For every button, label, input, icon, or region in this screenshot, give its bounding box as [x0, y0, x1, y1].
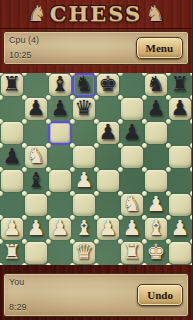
square-d8[interactable]: ♞ [72, 73, 96, 97]
light-square-tile [49, 170, 71, 192]
square-f7[interactable] [120, 97, 144, 121]
square-f5[interactable] [120, 145, 144, 169]
grid-dot [46, 191, 51, 196]
square-h2[interactable]: ♟ [168, 217, 192, 241]
square-g8[interactable]: ♞ [144, 73, 168, 97]
knight-right-icon: ♞ [145, 1, 165, 27]
player-clock: 8:29 [9, 302, 27, 313]
square-h5[interactable] [168, 145, 192, 169]
square-a7[interactable] [0, 97, 24, 121]
white-pawn[interactable]: ♟ [27, 216, 46, 240]
square-e6[interactable]: ♟ [96, 121, 120, 145]
square-c1[interactable] [48, 241, 72, 265]
black-queen[interactable]: ♛ [75, 96, 94, 120]
square-a1[interactable]: ♜ [0, 241, 24, 265]
opponent-clock-block: Cpu (4) 10:25 [9, 35, 39, 61]
square-g4[interactable] [144, 169, 168, 193]
square-f8[interactable] [120, 73, 144, 97]
knight-left-icon: ♞ [27, 1, 47, 27]
square-c7[interactable]: ♟ [48, 97, 72, 121]
square-d4[interactable]: ♟ [72, 169, 96, 193]
grid-dot [142, 143, 147, 148]
square-e7[interactable] [96, 97, 120, 121]
light-square-tile [169, 242, 191, 264]
square-e4[interactable] [96, 169, 120, 193]
grid-dot [190, 239, 193, 244]
menu-button[interactable]: Menu [136, 37, 184, 59]
black-bishop[interactable]: ♝ [27, 168, 46, 192]
app-title: CHESS [50, 1, 142, 27]
white-pawn[interactable]: ♟ [123, 216, 142, 240]
grid-dot [0, 191, 3, 196]
opponent-clock-bar: Cpu (4) 10:25 Menu [3, 31, 189, 65]
square-c2[interactable]: ♟ [48, 217, 72, 241]
square-g6[interactable] [144, 121, 168, 145]
square-b2[interactable]: ♟ [24, 217, 48, 241]
square-g2[interactable]: ♝ [144, 217, 168, 241]
square-c6[interactable] [48, 121, 72, 145]
grid-dot [166, 143, 171, 148]
square-b6[interactable] [24, 121, 48, 145]
white-pawn[interactable]: ♟ [171, 216, 190, 240]
light-square-tile [1, 170, 23, 192]
square-h6[interactable] [168, 121, 192, 145]
white-pawn[interactable]: ♟ [99, 216, 118, 240]
light-square-tile [97, 170, 119, 192]
white-pawn[interactable]: ♟ [75, 168, 94, 192]
white-rook[interactable]: ♜ [123, 240, 142, 264]
white-pawn[interactable]: ♟ [3, 216, 22, 240]
grid-dot [70, 143, 75, 148]
grid-dot [94, 191, 99, 196]
light-square-tile [25, 194, 47, 216]
grid-dot [46, 167, 51, 172]
square-h1[interactable] [168, 241, 192, 265]
black-pawn[interactable]: ♟ [3, 144, 22, 168]
grid-dot [190, 263, 193, 266]
square-a3[interactable] [0, 193, 24, 217]
black-pawn[interactable]: ♟ [99, 120, 118, 144]
square-c4[interactable] [48, 169, 72, 193]
square-d2[interactable]: ♝ [72, 217, 96, 241]
square-g1[interactable]: ♚ [144, 241, 168, 265]
square-g5[interactable] [144, 145, 168, 169]
light-square-tile [121, 98, 143, 120]
player-clock-bar: You 8:29 Undo [3, 273, 189, 317]
square-f6[interactable]: ♟ [120, 121, 144, 145]
square-b5[interactable]: ♞ [24, 145, 48, 169]
black-pawn[interactable]: ♟ [27, 96, 46, 120]
square-e1[interactable] [96, 241, 120, 265]
grid-dot [190, 191, 193, 196]
square-b3[interactable] [24, 193, 48, 217]
grid-dot [190, 119, 193, 124]
grid-dot [166, 191, 171, 196]
white-knight[interactable]: ♞ [27, 144, 46, 168]
grid-dot [94, 263, 99, 266]
white-rook[interactable]: ♜ [3, 240, 22, 264]
square-e3[interactable] [96, 193, 120, 217]
grid-dot [190, 167, 193, 172]
square-c3[interactable] [48, 193, 72, 217]
grid-dot [22, 263, 27, 266]
white-king[interactable]: ♚ [147, 240, 166, 264]
square-g3[interactable]: ♟ [144, 193, 168, 217]
square-f4[interactable] [120, 169, 144, 193]
grid-dot [190, 143, 193, 148]
board[interactable]: ♜♝♞♚♞♜♟♟♛♟♟♟♟♟♞♝♟♞♟♟♟♟♝♟♟♝♟♜♛♜♚ [0, 73, 192, 265]
square-e5[interactable] [96, 145, 120, 169]
square-b1[interactable] [24, 241, 48, 265]
grid-dot [142, 167, 147, 172]
player-clock-block: You 8:29 [9, 277, 27, 313]
grid-dot [46, 143, 51, 148]
black-rook[interactable]: ♜ [3, 73, 22, 96]
square-b8[interactable] [24, 73, 48, 97]
square-h7[interactable]: ♟ [168, 97, 192, 121]
grid-dot [94, 167, 99, 172]
square-a8[interactable]: ♜ [0, 73, 24, 97]
grid-dot [118, 167, 123, 172]
square-e2[interactable]: ♟ [96, 217, 120, 241]
white-pawn[interactable]: ♟ [147, 192, 166, 216]
grid-dot [46, 263, 51, 266]
square-f2[interactable]: ♟ [120, 217, 144, 241]
square-a5[interactable]: ♟ [0, 145, 24, 169]
black-pawn[interactable]: ♟ [51, 96, 70, 120]
white-queen[interactable]: ♛ [75, 240, 94, 264]
square-f3[interactable]: ♞ [120, 193, 144, 217]
grid-dot [118, 73, 123, 76]
square-b4[interactable]: ♝ [24, 169, 48, 193]
square-c5[interactable] [48, 145, 72, 169]
grid-dot [22, 73, 27, 76]
black-knight[interactable]: ♞ [147, 73, 166, 96]
app-header: ♞ CHESS ♞ [0, 0, 192, 29]
black-king[interactable]: ♚ [99, 73, 118, 96]
square-h4[interactable] [168, 169, 192, 193]
black-pawn[interactable]: ♟ [123, 120, 142, 144]
square-d3[interactable] [72, 193, 96, 217]
grid-dot [166, 263, 171, 266]
undo-button[interactable]: Undo [137, 284, 183, 306]
square-c8[interactable]: ♝ [48, 73, 72, 97]
light-square-tile [25, 242, 47, 264]
light-square-tile [1, 122, 23, 144]
square-a2[interactable]: ♟ [0, 217, 24, 241]
light-square-tile [121, 146, 143, 168]
last-move-highlight [48, 121, 72, 145]
grid-dot [166, 167, 171, 172]
black-bishop[interactable]: ♝ [51, 73, 70, 96]
opponent-clock: 10:25 [9, 50, 39, 61]
light-square-tile [169, 146, 191, 168]
grid-dot [0, 119, 3, 124]
grid-dot [190, 215, 193, 220]
player-name: You [9, 277, 27, 288]
black-pawn[interactable]: ♟ [147, 96, 166, 120]
square-h3[interactable] [168, 193, 192, 217]
square-a4[interactable] [0, 169, 24, 193]
square-d1[interactable]: ♛ [72, 241, 96, 265]
light-square-tile [73, 146, 95, 168]
square-h8[interactable]: ♜ [168, 73, 192, 97]
black-knight[interactable]: ♞ [75, 73, 94, 96]
square-f1[interactable]: ♜ [120, 241, 144, 265]
grid-dot [190, 73, 193, 76]
black-rook[interactable]: ♜ [171, 73, 190, 96]
light-square-tile [73, 194, 95, 216]
grid-dot [190, 95, 193, 100]
light-square-tile [169, 194, 191, 216]
white-pawn[interactable]: ♟ [51, 216, 70, 240]
light-square-tile [145, 122, 167, 144]
square-a6[interactable] [0, 121, 24, 145]
grid-dot [118, 95, 123, 100]
square-d6[interactable] [72, 121, 96, 145]
black-pawn[interactable]: ♟ [171, 96, 190, 120]
square-e8[interactable]: ♚ [96, 73, 120, 97]
light-square-tile [145, 170, 167, 192]
white-knight[interactable]: ♞ [123, 192, 142, 216]
white-bishop[interactable]: ♝ [147, 216, 166, 240]
square-d7[interactable]: ♛ [72, 97, 96, 121]
white-bishop[interactable]: ♝ [75, 216, 94, 240]
square-b7[interactable]: ♟ [24, 97, 48, 121]
square-g7[interactable]: ♟ [144, 97, 168, 121]
square-d5[interactable] [72, 145, 96, 169]
opponent-name: Cpu (4) [9, 35, 39, 46]
